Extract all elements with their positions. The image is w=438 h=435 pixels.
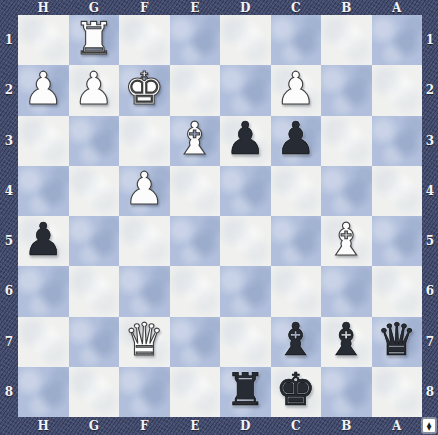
- file-label-top-c: C: [271, 0, 322, 15]
- square-e3[interactable]: ♝: [170, 116, 221, 166]
- square-g8[interactable]: [69, 367, 120, 417]
- file-label-top-f: F: [119, 0, 170, 15]
- square-e4[interactable]: [170, 166, 221, 216]
- file-label-bottom-a: A: [372, 417, 423, 435]
- square-b4[interactable]: [321, 166, 372, 216]
- white-rook-g1[interactable]: ♜: [74, 16, 114, 61]
- frame-corner-bottom-left: [0, 417, 18, 435]
- square-g3[interactable]: [69, 116, 120, 166]
- square-f4[interactable]: ♟: [119, 166, 170, 216]
- file-label-bottom-d: D: [220, 417, 271, 435]
- file-label-top-h: H: [18, 0, 69, 15]
- square-h1[interactable]: [18, 15, 69, 65]
- square-d6[interactable]: [220, 266, 271, 316]
- square-c1[interactable]: [271, 15, 322, 65]
- black-pawn-h5[interactable]: ♟: [23, 217, 63, 262]
- square-g2[interactable]: ♟: [69, 65, 120, 115]
- frame-corner-top-right: [422, 0, 438, 15]
- square-d2[interactable]: [220, 65, 271, 115]
- square-h7[interactable]: [18, 317, 69, 367]
- rank-label-left-5: 5: [0, 216, 18, 266]
- square-e2[interactable]: [170, 65, 221, 115]
- rank-label-right-3: 3: [422, 116, 438, 166]
- black-bishop-c7[interactable]: ♝: [276, 317, 316, 362]
- square-b8[interactable]: [321, 367, 372, 417]
- board-resize-stepper-button[interactable]: ▲▼: [422, 418, 436, 433]
- file-label-top-a: A: [372, 0, 423, 15]
- square-a1[interactable]: [372, 15, 423, 65]
- square-c6[interactable]: [271, 266, 322, 316]
- white-king-f2[interactable]: ♚: [124, 66, 164, 111]
- square-d7[interactable]: [220, 317, 271, 367]
- square-h8[interactable]: [18, 367, 69, 417]
- square-g5[interactable]: [69, 216, 120, 266]
- chess-board: HGFEDCBA1♜12♟♟♚♟23♝♟♟34♟45♟♝5667♛♝♝♛78♜♚…: [0, 0, 438, 435]
- file-label-bottom-c: C: [271, 417, 322, 435]
- square-d8[interactable]: ♜: [220, 367, 271, 417]
- square-c7[interactable]: ♝: [271, 317, 322, 367]
- square-f6[interactable]: [119, 266, 170, 316]
- square-b1[interactable]: [321, 15, 372, 65]
- square-e5[interactable]: [170, 216, 221, 266]
- rank-label-left-6: 6: [0, 266, 18, 316]
- square-d4[interactable]: [220, 166, 271, 216]
- square-h5[interactable]: ♟: [18, 216, 69, 266]
- file-label-top-b: B: [321, 0, 372, 15]
- square-d5[interactable]: [220, 216, 271, 266]
- square-a8[interactable]: [372, 367, 423, 417]
- square-d3[interactable]: ♟: [220, 116, 271, 166]
- rank-label-right-5: 5: [422, 216, 438, 266]
- square-b3[interactable]: [321, 116, 372, 166]
- white-bishop-e3[interactable]: ♝: [175, 116, 215, 161]
- white-pawn-c2[interactable]: ♟: [276, 66, 316, 111]
- white-queen-f7[interactable]: ♛: [124, 317, 164, 362]
- file-label-top-g: G: [69, 0, 120, 15]
- square-e8[interactable]: [170, 367, 221, 417]
- square-g4[interactable]: [69, 166, 120, 216]
- square-g1[interactable]: ♜: [69, 15, 120, 65]
- frame-corner-bottom-right: ▲▼: [422, 417, 438, 435]
- square-f2[interactable]: ♚: [119, 65, 170, 115]
- white-pawn-h2[interactable]: ♟: [23, 66, 63, 111]
- square-e1[interactable]: [170, 15, 221, 65]
- white-pawn-f4[interactable]: ♟: [124, 166, 164, 211]
- file-label-bottom-h: H: [18, 417, 69, 435]
- square-f7[interactable]: ♛: [119, 317, 170, 367]
- square-c4[interactable]: [271, 166, 322, 216]
- square-a2[interactable]: [372, 65, 423, 115]
- rank-label-left-3: 3: [0, 116, 18, 166]
- square-c3[interactable]: ♟: [271, 116, 322, 166]
- black-bishop-b7[interactable]: ♝: [326, 317, 366, 362]
- square-a7[interactable]: ♛: [372, 317, 423, 367]
- rank-label-left-7: 7: [0, 317, 18, 367]
- square-b6[interactable]: [321, 266, 372, 316]
- rank-label-right-8: 8: [422, 367, 438, 417]
- square-g7[interactable]: [69, 317, 120, 367]
- square-c2[interactable]: ♟: [271, 65, 322, 115]
- file-label-bottom-b: B: [321, 417, 372, 435]
- square-a6[interactable]: [372, 266, 423, 316]
- square-c5[interactable]: [271, 216, 322, 266]
- rank-label-left-2: 2: [0, 65, 18, 115]
- square-f8[interactable]: [119, 367, 170, 417]
- square-c8[interactable]: ♚: [271, 367, 322, 417]
- white-bishop-b5[interactable]: ♝: [326, 217, 366, 262]
- rank-label-left-4: 4: [0, 166, 18, 216]
- black-pawn-c3[interactable]: ♟: [276, 116, 316, 161]
- square-f1[interactable]: [119, 15, 170, 65]
- white-pawn-g2[interactable]: ♟: [74, 66, 114, 111]
- rank-label-right-7: 7: [422, 317, 438, 367]
- square-e6[interactable]: [170, 266, 221, 316]
- square-h6[interactable]: [18, 266, 69, 316]
- square-a4[interactable]: [372, 166, 423, 216]
- black-rook-d8[interactable]: ♜: [225, 367, 265, 412]
- square-a3[interactable]: [372, 116, 423, 166]
- file-label-bottom-e: E: [170, 417, 221, 435]
- rank-label-left-1: 1: [0, 15, 18, 65]
- square-d1[interactable]: [220, 15, 271, 65]
- rank-label-right-2: 2: [422, 65, 438, 115]
- rank-label-left-8: 8: [0, 367, 18, 417]
- rank-label-right-6: 6: [422, 266, 438, 316]
- square-a5[interactable]: [372, 216, 423, 266]
- black-queen-a7[interactable]: ♛: [377, 317, 417, 362]
- square-h3[interactable]: [18, 116, 69, 166]
- square-g6[interactable]: [69, 266, 120, 316]
- square-h4[interactable]: [18, 166, 69, 216]
- file-label-bottom-g: G: [69, 417, 120, 435]
- square-f3[interactable]: [119, 116, 170, 166]
- rank-label-right-4: 4: [422, 166, 438, 216]
- black-king-c8[interactable]: ♚: [276, 367, 316, 412]
- black-pawn-d3[interactable]: ♟: [225, 116, 265, 161]
- square-e7[interactable]: [170, 317, 221, 367]
- frame-corner-top-left: [0, 0, 18, 15]
- file-label-bottom-f: F: [119, 417, 170, 435]
- file-label-top-d: D: [220, 0, 271, 15]
- rank-label-right-1: 1: [422, 15, 438, 65]
- square-b5[interactable]: ♝: [321, 216, 372, 266]
- square-b7[interactable]: ♝: [321, 317, 372, 367]
- square-f5[interactable]: [119, 216, 170, 266]
- file-label-top-e: E: [170, 0, 221, 15]
- square-b2[interactable]: [321, 65, 372, 115]
- square-h2[interactable]: ♟: [18, 65, 69, 115]
- resize-down-icon: ▼: [427, 426, 432, 430]
